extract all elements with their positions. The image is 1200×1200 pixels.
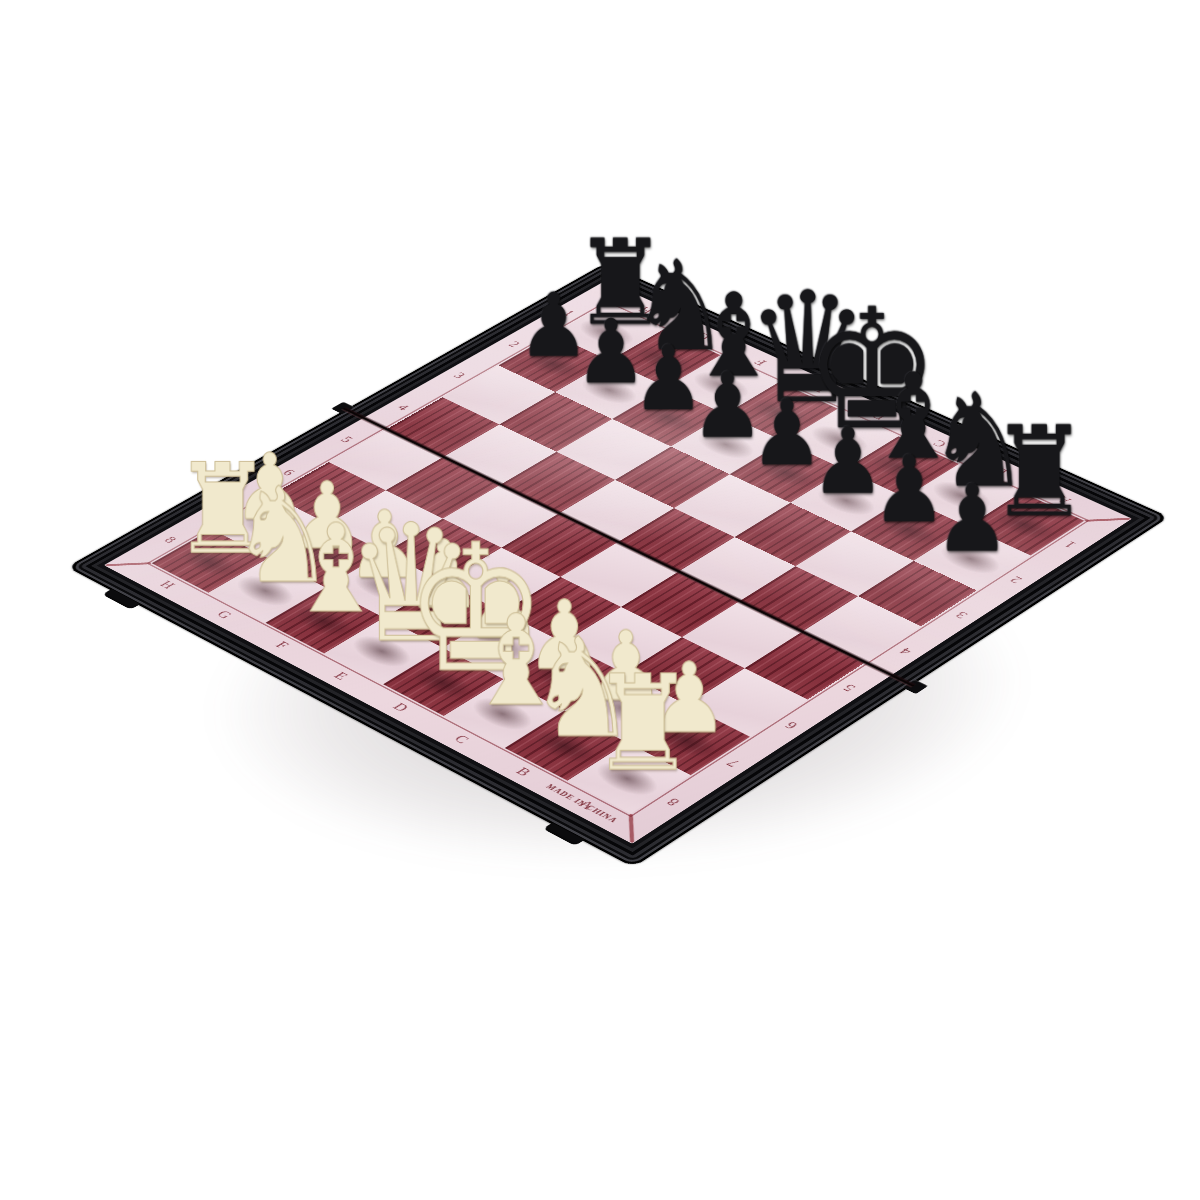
white-rook-a8[interactable]: ♜ — [590, 657, 669, 789]
black-pawn-a2[interactable]: ♟ — [935, 473, 1010, 566]
square-d4[interactable] — [618, 508, 735, 571]
photo-scene: HGFEDCBA HGFEDCBA 12345678 12345678 ♜♞♝♛… — [0, 0, 1200, 1200]
